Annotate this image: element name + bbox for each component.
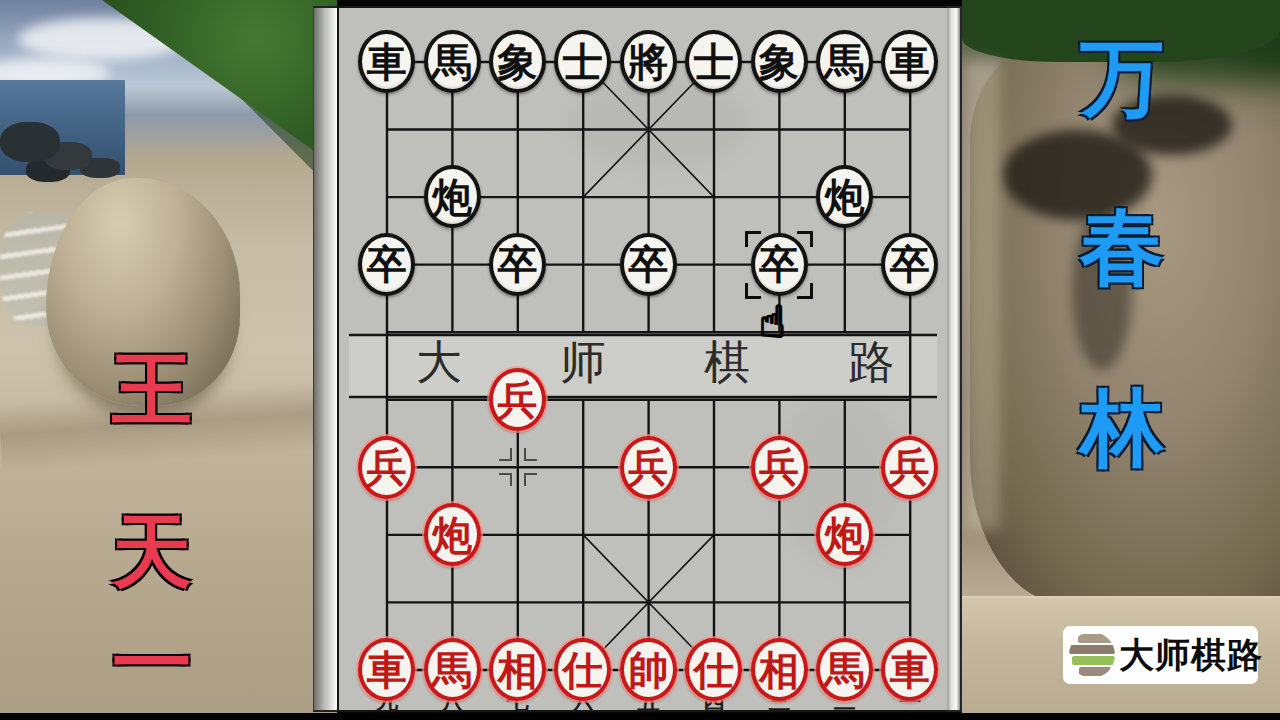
- rock-highlight: [966, 60, 1000, 530]
- black-piece[interactable]: 車: [881, 30, 938, 93]
- black-piece[interactable]: 象: [489, 30, 546, 93]
- red-piece[interactable]: 炮: [424, 503, 481, 566]
- black-piece[interactable]: 車: [358, 30, 415, 93]
- red-piece[interactable]: 兵: [881, 436, 938, 499]
- letterbox-bar: [0, 713, 1280, 720]
- red-piece[interactable]: 兵: [620, 436, 677, 499]
- red-piece[interactable]: 相: [489, 638, 546, 701]
- player-name-char: 一: [112, 624, 192, 704]
- red-piece[interactable]: 兵: [489, 368, 546, 431]
- selected-square-brackets: [745, 231, 813, 299]
- move-origin-marker: [496, 445, 540, 489]
- black-piece[interactable]: 馬: [816, 30, 873, 93]
- red-piece[interactable]: 馬: [816, 638, 873, 701]
- piece-grid: 車馬象士將士象馬車炮炮卒卒卒卒卒兵兵兵兵兵炮炮車馬相仕帥仕相馬車: [354, 28, 943, 703]
- shore-rocks: [0, 122, 60, 162]
- screenshot-stage: 王天一 万春林 123456789 九八七六五四三二一 大师棋路 車馬象士將士象…: [0, 0, 1280, 720]
- board-frame-right: [947, 6, 962, 712]
- black-piece[interactable]: 將: [620, 30, 677, 93]
- channel-logo: 大师棋路: [1063, 626, 1258, 684]
- red-piece[interactable]: 兵: [358, 436, 415, 499]
- player-name-char: 林: [1080, 386, 1164, 470]
- red-piece[interactable]: 車: [358, 638, 415, 701]
- red-piece[interactable]: 仕: [554, 638, 611, 701]
- red-piece[interactable]: 相: [751, 638, 808, 701]
- player-name-char: 春: [1080, 205, 1164, 289]
- black-piece[interactable]: 士: [685, 30, 742, 93]
- player-name-char: 万: [1080, 36, 1164, 120]
- logo-text: 大师棋路: [1119, 632, 1263, 679]
- red-piece[interactable]: 馬: [424, 638, 481, 701]
- black-piece[interactable]: 象: [751, 30, 808, 93]
- red-piece[interactable]: 仕: [685, 638, 742, 701]
- red-piece[interactable]: 車: [881, 638, 938, 701]
- black-piece[interactable]: 卒: [620, 233, 677, 296]
- black-piece[interactable]: 士: [554, 30, 611, 93]
- black-piece[interactable]: 炮: [816, 165, 873, 228]
- red-piece[interactable]: 炮: [816, 503, 873, 566]
- black-piece[interactable]: 馬: [424, 30, 481, 93]
- black-piece[interactable]: 炮: [424, 165, 481, 228]
- red-piece[interactable]: 帥: [620, 638, 677, 701]
- board-frame-left: [313, 6, 337, 712]
- black-piece[interactable]: 卒: [358, 233, 415, 296]
- black-piece[interactable]: 卒: [489, 233, 546, 296]
- globe-stripes-icon: [1069, 632, 1115, 678]
- player-name-char: 王: [112, 350, 192, 430]
- red-piece[interactable]: 兵: [751, 436, 808, 499]
- black-piece[interactable]: 卒: [881, 233, 938, 296]
- player-name-char: 天: [112, 512, 192, 592]
- hand-cursor-icon: ☝: [759, 296, 786, 347]
- xiangqi-board[interactable]: 123456789 九八七六五四三二一 大师棋路 車馬象士將士象馬車炮炮卒卒卒卒…: [337, 6, 947, 712]
